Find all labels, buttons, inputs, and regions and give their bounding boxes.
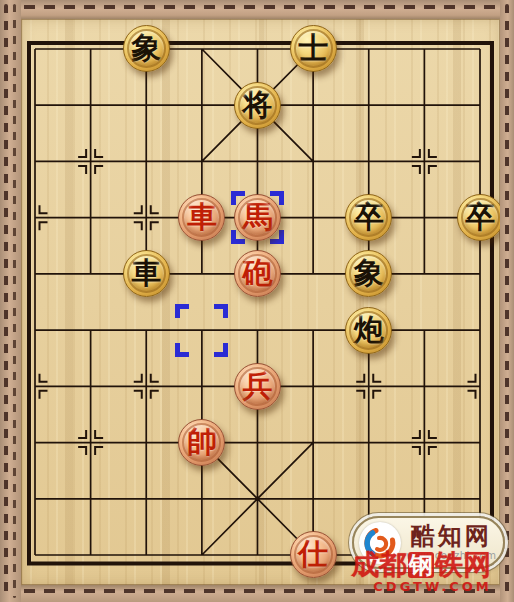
piece-glyph: 兵 xyxy=(243,371,273,401)
piece-black-general[interactable]: 将 xyxy=(234,82,281,129)
bracket-corner xyxy=(175,304,189,318)
piece-glyph: 砲 xyxy=(243,258,273,288)
cdgtw-url: CDGTW.COM xyxy=(351,579,514,594)
cdgtw-cn-text: 成都钢铁网 xyxy=(351,551,514,579)
piece-red-horse[interactable]: 馬 xyxy=(234,194,281,241)
piece-glyph: 象 xyxy=(131,33,161,63)
piece-black-elephant-1[interactable]: 象 xyxy=(123,25,170,72)
piece-glyph: 馬 xyxy=(243,202,273,232)
piece-black-soldier-2[interactable]: 卒 xyxy=(457,194,504,241)
xiangqi-app-screenshot: 象士将車馬卒卒車砲象炮兵帥仕 酷知网 www.coozhi.com 成都钢铁网 … xyxy=(0,0,514,602)
piece-glyph: 卒 xyxy=(354,202,384,232)
piece-black-elephant-2[interactable]: 象 xyxy=(345,250,392,297)
stitched-border-top xyxy=(0,0,514,19)
piece-red-advisor[interactable]: 仕 xyxy=(290,531,337,578)
piece-glyph: 車 xyxy=(131,258,161,288)
piece-red-chariot[interactable]: 車 xyxy=(178,194,225,241)
piece-glyph: 将 xyxy=(243,90,273,120)
piece-glyph: 車 xyxy=(187,202,217,232)
piece-glyph: 士 xyxy=(298,33,328,63)
piece-black-soldier-1[interactable]: 卒 xyxy=(345,194,392,241)
xiangqi-board[interactable]: 象士将車馬卒卒車砲象炮兵帥仕 xyxy=(7,21,508,583)
stamp-suffix: 铁网 xyxy=(435,551,491,579)
piece-glyph: 卒 xyxy=(465,202,495,232)
stitched-border-left xyxy=(0,0,21,602)
piece-red-soldier[interactable]: 兵 xyxy=(234,363,281,410)
bracket-corner xyxy=(214,343,228,357)
stitched-border-right xyxy=(500,0,514,602)
move-origin-marker xyxy=(175,304,228,357)
stamp-boxed-char: 钢 xyxy=(408,552,434,578)
piece-black-advisor[interactable]: 士 xyxy=(290,25,337,72)
bracket-corner xyxy=(214,304,228,318)
piece-glyph: 象 xyxy=(354,258,384,288)
piece-glyph: 炮 xyxy=(354,315,384,345)
piece-red-cannon[interactable]: 砲 xyxy=(234,250,281,297)
cdgtw-watermark: 成都钢铁网 CDGTW.COM xyxy=(351,551,514,594)
piece-glyph: 仕 xyxy=(298,539,328,569)
bracket-corner xyxy=(175,343,189,357)
piece-black-cannon[interactable]: 炮 xyxy=(345,307,392,354)
piece-red-general[interactable]: 帥 xyxy=(178,419,225,466)
piece-glyph: 帥 xyxy=(187,427,217,457)
stamp-prefix: 成都 xyxy=(351,551,407,579)
site-name: 酷知网 xyxy=(411,524,492,549)
piece-black-chariot[interactable]: 車 xyxy=(123,250,170,297)
